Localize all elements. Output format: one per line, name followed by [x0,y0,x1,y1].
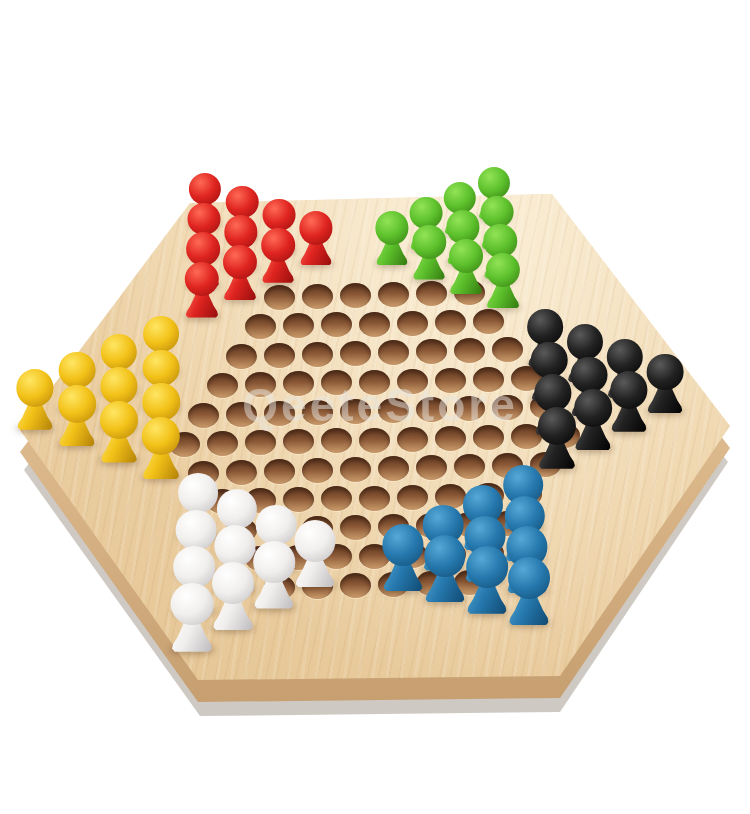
peg-head [188,203,221,236]
peg-red[interactable] [296,211,335,265]
peg-head [142,417,180,455]
board-hole[interactable] [321,486,352,511]
peg-head [256,505,297,546]
board-hole[interactable] [226,344,257,369]
peg-head [226,186,259,219]
board-hole[interactable] [454,454,485,479]
peg-black[interactable] [535,407,579,469]
peg-green[interactable] [483,253,523,308]
peg-green[interactable] [446,239,486,294]
board-hole[interactable] [397,311,428,336]
board-hole[interactable] [359,486,390,511]
peg-head [424,535,465,576]
peg-head [100,367,137,404]
peg-head [223,245,257,279]
board-hole[interactable] [302,284,333,309]
peg-head [466,546,508,588]
peg-red[interactable] [182,262,222,318]
peg-head [294,520,335,561]
board-hole[interactable] [264,285,295,310]
board-hole[interactable] [378,282,409,307]
board-hole[interactable] [416,339,447,364]
peg-head [375,211,408,244]
peg-head [178,473,218,513]
board-hole[interactable] [416,281,447,306]
board-hole[interactable] [264,343,295,368]
peg-red[interactable] [220,245,260,300]
peg-head [647,354,684,391]
peg-head [263,199,296,232]
board-hole[interactable] [492,337,523,362]
peg-head [444,182,476,214]
peg-head [142,383,180,421]
peg-head [59,352,96,389]
peg-head [212,562,254,604]
board-hole[interactable] [378,456,409,481]
peg-head [607,339,643,375]
peg-head [299,211,332,244]
peg-head [531,342,568,379]
peg-head [412,225,446,259]
peg-head [224,215,257,248]
peg-head [143,316,179,352]
peg-head [176,510,217,551]
peg-yellow[interactable] [139,417,183,479]
peg-head [571,357,608,394]
peg-head [58,385,96,423]
peg-green[interactable] [372,211,411,265]
peg-head [100,401,138,439]
peg-head [217,489,257,529]
peg-head [253,541,295,583]
board-hole[interactable] [283,313,314,338]
peg-head [527,309,563,345]
board-hole[interactable] [283,429,314,454]
peg-blue[interactable] [421,535,468,602]
board-hole[interactable] [340,573,371,598]
peg-head [185,262,219,296]
board-hole[interactable] [340,515,371,540]
peg-white[interactable] [291,520,338,586]
board-hole[interactable] [245,430,276,455]
peg-head [478,167,510,199]
board-hole[interactable] [378,340,409,365]
board-hole[interactable] [340,283,371,308]
board-hole[interactable] [226,460,257,485]
peg-head [508,557,550,599]
peg-yellow[interactable] [97,401,141,463]
board-hole[interactable] [321,312,352,337]
board-hole[interactable] [416,455,447,480]
peg-head [189,173,221,205]
peg-head [101,334,137,370]
board-hole[interactable] [359,312,390,337]
product-photo: QeeteStore [0,0,750,814]
board-hole[interactable] [302,458,333,483]
board-hole[interactable] [264,459,295,484]
board-hole[interactable] [207,431,238,456]
peg-red[interactable] [258,228,298,282]
peg-blue[interactable] [505,557,553,625]
board-hole[interactable] [321,428,352,453]
board-hole[interactable] [340,341,371,366]
peg-blue[interactable] [379,524,426,591]
peg-head [567,324,603,360]
peg-head [486,253,520,287]
board-hole[interactable] [340,457,371,482]
board-hole[interactable] [245,314,276,339]
peg-blue[interactable] [463,546,511,614]
board-hole[interactable] [473,309,504,334]
peg-head [382,524,423,565]
board-hole[interactable] [302,342,333,367]
peg-head [171,583,214,626]
board-hole[interactable] [454,338,485,363]
board-hole[interactable] [435,310,466,335]
peg-head [261,228,295,262]
peg-head [610,371,647,408]
peg-yellow[interactable] [55,385,99,446]
peg-yellow[interactable] [13,369,56,429]
peg-head [143,350,180,387]
peg-white[interactable] [250,541,298,608]
peg-head [16,369,53,406]
peg-head [574,389,612,427]
peg-white[interactable] [168,583,217,652]
peg-green[interactable] [409,225,449,279]
peg-head [449,239,483,273]
peg-head [538,407,576,445]
